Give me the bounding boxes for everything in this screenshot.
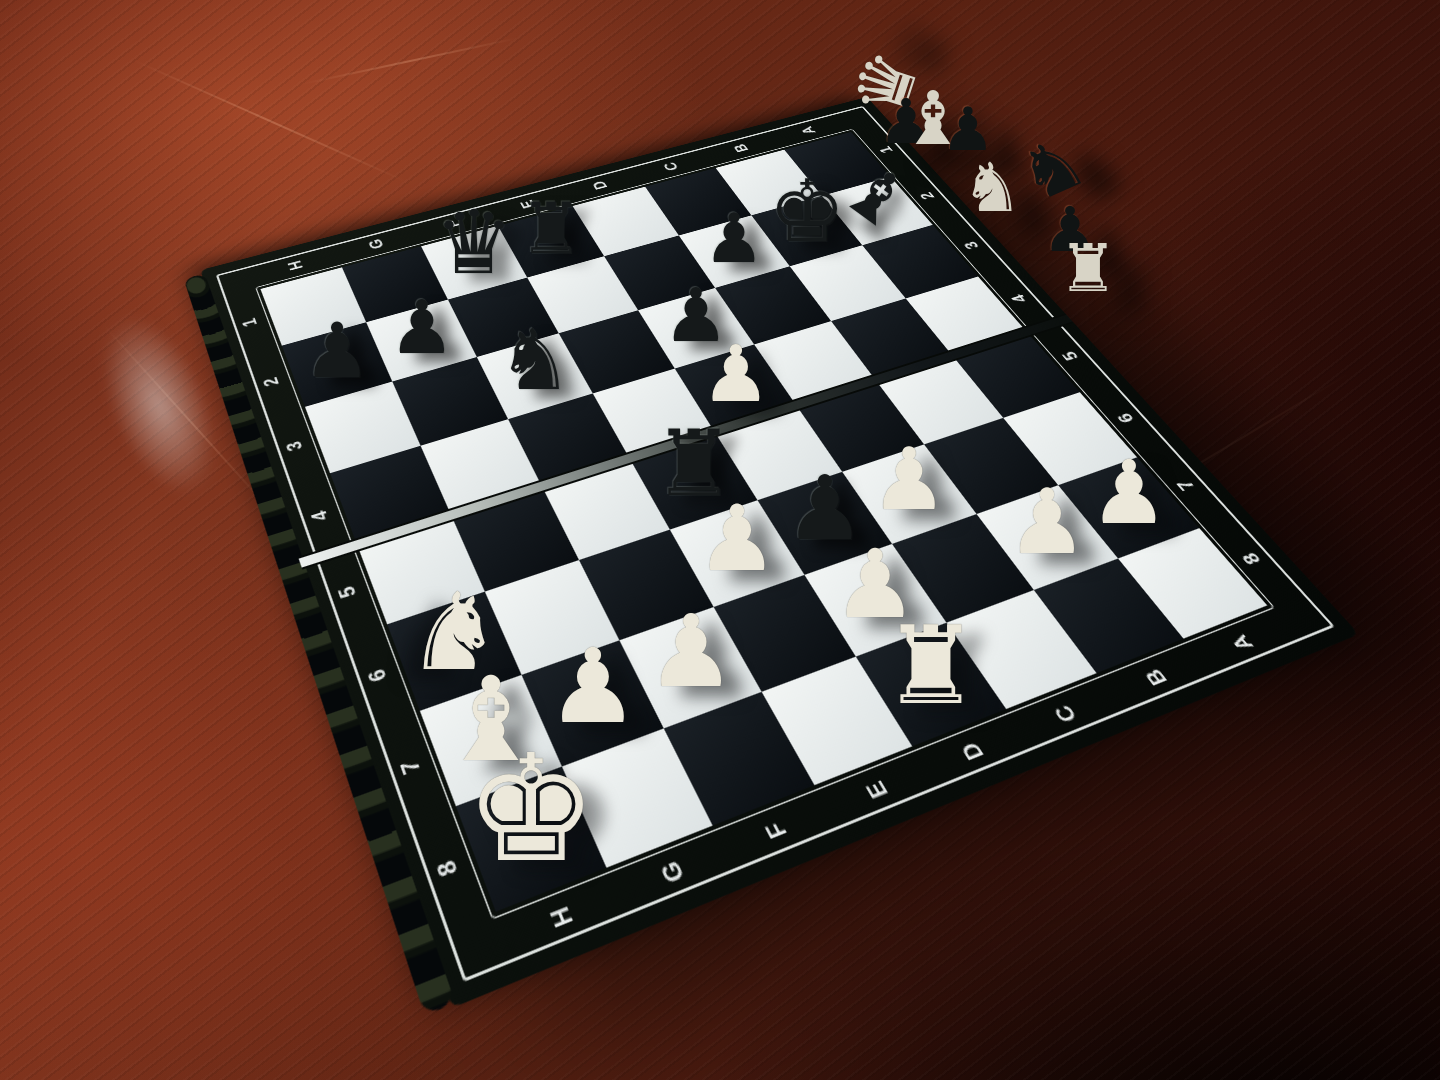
rank-label-left-3: 3 [282, 438, 308, 453]
rank-label-left-6: 6 [363, 665, 393, 685]
file-label-bottom-D: D [957, 738, 991, 763]
white-pawn-a7[interactable]: ♟ [1090, 449, 1169, 537]
black-queen-f1[interactable]: ♛ [435, 199, 514, 287]
rank-label-left-2: 2 [259, 375, 284, 389]
file-label-bottom-A: A [1226, 631, 1259, 653]
white-pawn-b7[interactable]: ♟ [1007, 477, 1088, 567]
file-label-top-C: C [660, 160, 683, 172]
rank-label-right-2: 2 [916, 190, 939, 201]
rank-label-left-4: 4 [307, 508, 334, 524]
white-pawn-e6[interactable]: ♟ [696, 493, 778, 584]
file-label-top-A: A [797, 125, 820, 136]
black-pawn-g2[interactable]: ♟ [389, 290, 455, 364]
black-pawn-c2[interactable]: ♟ [704, 205, 765, 273]
rank-label-right-5: 5 [1058, 349, 1083, 362]
rank-label-left-7: 7 [396, 756, 428, 778]
file-label-top-H: H [284, 258, 308, 272]
rank-label-right-7: 7 [1173, 477, 1201, 493]
file-label-bottom-C: C [1050, 701, 1084, 725]
rank-label-right-3: 3 [960, 239, 983, 251]
file-label-bottom-H: H [545, 902, 581, 931]
file-label-bottom-B: B [1140, 666, 1173, 689]
white-pawn-f7[interactable]: ♟ [646, 602, 736, 702]
rank-label-right-6: 6 [1113, 410, 1139, 425]
rank-label-right-4: 4 [1007, 292, 1031, 304]
file-label-top-D: D [589, 179, 612, 191]
rank-label-right-8: 8 [1238, 550, 1267, 567]
file-label-bottom-G: G [655, 857, 691, 886]
captured-white-knight[interactable]: ♞ [962, 154, 1023, 222]
file-label-bottom-E: E [860, 777, 894, 802]
white-rook-d8[interactable]: ♜ [883, 612, 980, 720]
black-rook-e1[interactable]: ♜ [519, 193, 583, 264]
file-label-top-G: G [365, 237, 389, 251]
white-king-h8[interactable]: ♚ [465, 735, 598, 883]
white-pawn-d4[interactable]: ♟ [701, 335, 771, 413]
rank-label-left-8: 8 [432, 856, 465, 880]
white-pawn-c6[interactable]: ♟ [870, 436, 947, 522]
rank-label-left-5: 5 [334, 583, 363, 601]
rank-label-left-1: 1 [238, 316, 262, 329]
black-pawn-h2[interactable]: ♟ [303, 313, 371, 389]
black-knight-f3[interactable]: ♞ [497, 318, 572, 402]
file-label-top-B: B [730, 142, 753, 154]
captured-white-rook[interactable]: ♜ [1058, 236, 1117, 302]
file-label-bottom-F: F [761, 817, 795, 841]
